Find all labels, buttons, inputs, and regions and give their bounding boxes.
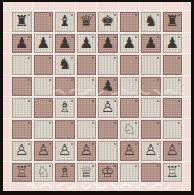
square-a6[interactable] (11, 54, 33, 76)
stamp-g7: ♟ (141, 34, 161, 54)
stamp-e4: ♙ (98, 98, 118, 118)
square-g5[interactable] (140, 76, 162, 98)
white-queen-piece: ♕ (80, 164, 93, 179)
stamp-d8: ♛ (77, 12, 97, 32)
stamp-g3 (141, 120, 161, 140)
stamp-g1 (141, 163, 161, 183)
stamp-b3 (34, 120, 54, 140)
stamp-c4: ♗ (55, 98, 75, 118)
square-c7[interactable]: ♟ (54, 33, 76, 55)
square-h7[interactable]: ♟ (162, 33, 184, 55)
stamp-f8 (120, 12, 140, 32)
stamp-a1: ♖ (12, 163, 32, 183)
stamp-h5 (163, 77, 183, 97)
stamp-d4 (77, 98, 97, 118)
black-bishop-piece: ♝ (58, 14, 71, 29)
stamp-d7: ♟ (77, 34, 97, 54)
square-f1[interactable] (119, 162, 141, 184)
black-knight-piece: ♞ (144, 14, 157, 29)
chess-board: ♜♝♛♚♞♜♟♟♟♟♟♟♟♟♞♟♗♙♘♙♙♙♙♙♙♙♖♘♗♕♔♖ (11, 11, 183, 183)
white-pawn-piece: ♙ (37, 143, 50, 158)
square-f2[interactable]: ♙ (119, 140, 141, 162)
stamp-b6 (34, 55, 54, 75)
stamp-g6 (141, 55, 161, 75)
white-pawn-piece: ♙ (123, 143, 136, 158)
stamp-g8: ♞ (141, 12, 161, 32)
stamp-sheet: ♜♝♛♚♞♜♟♟♟♟♟♟♟♟♞♟♗♙♘♙♙♙♙♙♙♙♖♘♗♕♔♖ (3, 2, 191, 191)
square-g8[interactable]: ♞ (140, 11, 162, 33)
square-c3[interactable] (54, 119, 76, 141)
square-h5[interactable] (162, 76, 184, 98)
stamp-d2: ♙ (77, 141, 97, 161)
square-d6[interactable] (76, 54, 98, 76)
black-rook-piece: ♜ (15, 14, 28, 29)
square-e3[interactable] (97, 119, 119, 141)
stamp-c3 (55, 120, 75, 140)
stamp-e2 (98, 141, 118, 161)
stamp-f6 (120, 55, 140, 75)
stamp-h8: ♜ (163, 12, 183, 32)
stamp-h2: ♙ (163, 141, 183, 161)
white-knight-piece: ♘ (123, 121, 136, 136)
stamp-b8 (34, 12, 54, 32)
square-g3[interactable] (140, 119, 162, 141)
stamp-f3: ♘ (120, 120, 140, 140)
black-rook-piece: ♜ (166, 14, 179, 29)
square-c6[interactable]: ♞ (54, 54, 76, 76)
stamp-b1: ♘ (34, 163, 54, 183)
stamp-f5 (120, 77, 140, 97)
stamp-h6 (163, 55, 183, 75)
square-e1[interactable]: ♔ (97, 162, 119, 184)
white-rook-piece: ♖ (15, 164, 28, 179)
black-pawn-piece: ♟ (101, 35, 114, 50)
square-f6[interactable] (119, 54, 141, 76)
black-pawn-piece: ♟ (144, 35, 157, 50)
stamp-d6 (77, 55, 97, 75)
square-h2[interactable]: ♙ (162, 140, 184, 162)
square-e5[interactable]: ♟ (97, 76, 119, 98)
stamp-a3 (12, 120, 32, 140)
square-f4[interactable] (119, 97, 141, 119)
stamp-e1: ♔ (98, 163, 118, 183)
square-d8[interactable]: ♛ (76, 11, 98, 33)
stamp-b5 (34, 77, 54, 97)
square-f3[interactable]: ♘ (119, 119, 141, 141)
stamp-e5: ♟ (98, 77, 118, 97)
square-c8[interactable]: ♝ (54, 11, 76, 33)
stamp-e8: ♚ (98, 12, 118, 32)
square-a5[interactable] (11, 76, 33, 98)
square-g7[interactable]: ♟ (140, 33, 162, 55)
stamp-h3 (163, 120, 183, 140)
black-pawn-piece: ♟ (123, 35, 136, 50)
square-b6[interactable] (33, 54, 55, 76)
stamp-a4 (12, 98, 32, 118)
stamp-d3 (77, 120, 97, 140)
stamp-e7: ♟ (98, 34, 118, 54)
stamp-a7: ♟ (12, 34, 32, 54)
stamp-sheet-photo: ♜♝♛♚♞♜♟♟♟♟♟♟♟♟♞♟♗♙♘♙♙♙♙♙♙♙♖♘♗♕♔♖ (0, 0, 194, 195)
square-f7[interactable]: ♟ (119, 33, 141, 55)
square-h4[interactable] (162, 97, 184, 119)
square-a3[interactable] (11, 119, 33, 141)
stamp-g5 (141, 77, 161, 97)
black-pawn-piece: ♟ (101, 78, 114, 93)
stamp-e6 (98, 55, 118, 75)
black-king-piece: ♚ (101, 14, 114, 29)
square-b7[interactable]: ♟ (33, 33, 55, 55)
stamp-f7: ♟ (120, 34, 140, 54)
square-a4[interactable] (11, 97, 33, 119)
stamp-b2: ♙ (34, 141, 54, 161)
stamp-a2: ♙ (12, 141, 32, 161)
white-pawn-piece: ♙ (15, 143, 28, 158)
square-b2[interactable]: ♙ (33, 140, 55, 162)
square-a1[interactable]: ♖ (11, 162, 33, 184)
square-d2[interactable]: ♙ (76, 140, 98, 162)
stamp-a5 (12, 77, 32, 97)
stamp-e3 (98, 120, 118, 140)
square-b4[interactable] (33, 97, 55, 119)
square-a8[interactable]: ♜ (11, 11, 33, 33)
square-h8[interactable]: ♜ (162, 11, 184, 33)
stamp-h4 (163, 98, 183, 118)
square-c1[interactable]: ♗ (54, 162, 76, 184)
stamp-d5 (77, 77, 97, 97)
stamp-h1: ♖ (163, 163, 183, 183)
square-e7[interactable]: ♟ (97, 33, 119, 55)
black-pawn-piece: ♟ (58, 35, 71, 50)
square-c4[interactable]: ♗ (54, 97, 76, 119)
black-knight-piece: ♞ (58, 57, 71, 72)
stamp-f2: ♙ (120, 141, 140, 161)
stamp-g2: ♙ (141, 141, 161, 161)
square-f5[interactable] (119, 76, 141, 98)
square-d1[interactable]: ♕ (76, 162, 98, 184)
square-c2[interactable]: ♙ (54, 140, 76, 162)
square-g6[interactable] (140, 54, 162, 76)
black-queen-piece: ♛ (80, 14, 93, 29)
stamp-c1: ♗ (55, 163, 75, 183)
white-pawn-piece: ♙ (58, 143, 71, 158)
square-e4[interactable]: ♙ (97, 97, 119, 119)
black-pawn-piece: ♟ (37, 35, 50, 50)
white-pawn-piece: ♙ (166, 143, 179, 158)
square-e2[interactable] (97, 140, 119, 162)
white-pawn-piece: ♙ (144, 143, 157, 158)
square-f8[interactable] (119, 11, 141, 33)
square-b5[interactable] (33, 76, 55, 98)
square-h3[interactable] (162, 119, 184, 141)
white-bishop-piece: ♗ (58, 100, 71, 115)
white-pawn-piece: ♙ (80, 143, 93, 158)
stamp-c7: ♟ (55, 34, 75, 54)
stamp-f1 (120, 163, 140, 183)
stamp-c8: ♝ (55, 12, 75, 32)
square-b3[interactable] (33, 119, 55, 141)
square-b1[interactable]: ♘ (33, 162, 55, 184)
stamp-b7: ♟ (34, 34, 54, 54)
square-d4[interactable] (76, 97, 98, 119)
stamp-c2: ♙ (55, 141, 75, 161)
stamp-b4 (34, 98, 54, 118)
square-d5[interactable] (76, 76, 98, 98)
square-a2[interactable]: ♙ (11, 140, 33, 162)
stamp-a8: ♜ (12, 12, 32, 32)
square-g1[interactable] (140, 162, 162, 184)
white-king-piece: ♔ (101, 164, 114, 179)
square-d3[interactable] (76, 119, 98, 141)
square-d7[interactable]: ♟ (76, 33, 98, 55)
stamp-h7: ♟ (163, 34, 183, 54)
stamp-f4 (120, 98, 140, 118)
stamp-a6 (12, 55, 32, 75)
square-g2[interactable]: ♙ (140, 140, 162, 162)
white-rook-piece: ♖ (166, 164, 179, 179)
square-c5[interactable] (54, 76, 76, 98)
black-pawn-piece: ♟ (166, 35, 179, 50)
stamp-g4 (141, 98, 161, 118)
square-e8[interactable]: ♚ (97, 11, 119, 33)
square-a7[interactable]: ♟ (11, 33, 33, 55)
square-h6[interactable] (162, 54, 184, 76)
stamp-c6: ♞ (55, 55, 75, 75)
square-g4[interactable] (140, 97, 162, 119)
white-pawn-piece: ♙ (101, 100, 114, 115)
white-bishop-piece: ♗ (58, 164, 71, 179)
square-b8[interactable] (33, 11, 55, 33)
stamp-d1: ♕ (77, 163, 97, 183)
square-e6[interactable] (97, 54, 119, 76)
square-h1[interactable]: ♖ (162, 162, 184, 184)
black-pawn-piece: ♟ (80, 35, 93, 50)
white-knight-piece: ♘ (37, 164, 50, 179)
black-pawn-piece: ♟ (15, 35, 28, 50)
stamp-c5 (55, 77, 75, 97)
